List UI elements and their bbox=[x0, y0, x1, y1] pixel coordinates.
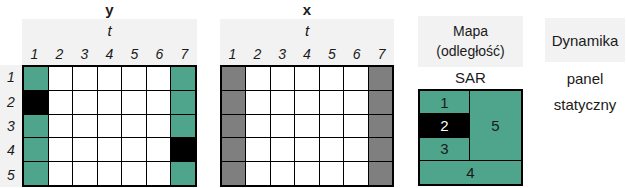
grid-white-cell bbox=[344, 91, 367, 114]
x-panel-title: x bbox=[220, 0, 394, 19]
grid-teal-cell bbox=[171, 162, 195, 185]
y-row-label: 3 bbox=[0, 114, 22, 138]
grid-white-cell bbox=[98, 162, 122, 185]
x-column-label: 6 bbox=[344, 43, 369, 65]
grid-white-cell bbox=[147, 162, 171, 185]
grid-gray-cell bbox=[222, 138, 245, 161]
grid-white-cell bbox=[73, 91, 97, 114]
grid-white-cell bbox=[122, 138, 146, 161]
grid-gray-cell bbox=[369, 67, 392, 90]
grid-white-cell bbox=[246, 115, 269, 138]
grid-white-cell bbox=[98, 115, 122, 138]
y-column-label: 3 bbox=[72, 43, 97, 65]
grid-teal-cell bbox=[171, 115, 195, 138]
grid-white-cell bbox=[295, 91, 318, 114]
grid-white-cell bbox=[98, 91, 122, 114]
grid-teal-cell bbox=[24, 162, 48, 185]
x-column-label: 7 bbox=[369, 43, 394, 65]
grid-white-cell bbox=[271, 115, 294, 138]
grid-white-cell bbox=[320, 162, 343, 185]
y-row-label: 1 bbox=[0, 65, 22, 89]
grid-white-cell bbox=[295, 138, 318, 161]
grid-black-cell bbox=[171, 138, 195, 161]
y-panel-title: y bbox=[22, 0, 197, 19]
y-column-label: 4 bbox=[97, 43, 122, 65]
map-region-1: 1 bbox=[420, 91, 469, 113]
grid-white-cell bbox=[98, 67, 122, 90]
grid-white-cell bbox=[344, 138, 367, 161]
grid-white-cell bbox=[73, 162, 97, 185]
grid-white-cell bbox=[122, 162, 146, 185]
grid-white-cell bbox=[122, 91, 146, 114]
grid-white-cell bbox=[49, 138, 73, 161]
grid-white-cell bbox=[246, 162, 269, 185]
grid-white-cell bbox=[271, 162, 294, 185]
y-column-label: 7 bbox=[172, 43, 197, 65]
grid-white-cell bbox=[320, 138, 343, 161]
dynamics-header-band: Dynamika bbox=[545, 18, 625, 62]
grid-white-cell bbox=[271, 91, 294, 114]
grid-teal-cell bbox=[171, 67, 195, 90]
map-region-4: 4 bbox=[420, 161, 521, 184]
map-header-band: Mapa (odległość) bbox=[418, 16, 523, 67]
grid-white-cell bbox=[147, 91, 171, 114]
grid-white-cell bbox=[73, 115, 97, 138]
grid-white-cell bbox=[271, 67, 294, 90]
grid-white-cell bbox=[295, 162, 318, 185]
map-header-line2: (odległość) bbox=[418, 41, 523, 61]
y-row-labels: 12345 bbox=[0, 65, 22, 187]
grid-white-cell bbox=[246, 67, 269, 90]
y-column-label: 1 bbox=[22, 43, 47, 65]
grid-white-cell bbox=[246, 138, 269, 161]
grid-white-cell bbox=[49, 91, 73, 114]
grid-white-cell bbox=[271, 138, 294, 161]
x-column-label: 4 bbox=[295, 43, 320, 65]
grid-white-cell bbox=[344, 67, 367, 90]
grid-white-cell bbox=[320, 91, 343, 114]
grid-gray-cell bbox=[222, 67, 245, 90]
grid-white-cell bbox=[295, 67, 318, 90]
x-column-label: 3 bbox=[270, 43, 295, 65]
y-header-band: t 1234567 bbox=[22, 19, 197, 65]
sar-figure: y t 1234567 12345 x t 1234567 Mapa (odle… bbox=[0, 0, 626, 188]
grid-white-cell bbox=[49, 67, 73, 90]
sar-map-grid: 1 2 3 5 4 bbox=[418, 89, 523, 186]
x-header-band: t 1234567 bbox=[220, 19, 394, 65]
y-row-label: 2 bbox=[0, 89, 22, 113]
y-row-label: 4 bbox=[0, 138, 22, 162]
map-region-3: 3 bbox=[420, 138, 469, 160]
grid-white-cell bbox=[295, 115, 318, 138]
grid-white-cell bbox=[122, 115, 146, 138]
sar-label: SAR bbox=[418, 67, 523, 89]
x-column-label: 1 bbox=[220, 43, 245, 65]
grid-white-cell bbox=[49, 162, 73, 185]
y-row-label: 5 bbox=[0, 163, 22, 187]
dynamics-caption-line1: panel bbox=[535, 66, 626, 92]
y-column-label: 2 bbox=[47, 43, 72, 65]
y-column-label: 6 bbox=[147, 43, 172, 65]
x-time-grid bbox=[220, 65, 394, 187]
x-axis-label: t bbox=[220, 19, 394, 43]
grid-gray-cell bbox=[222, 162, 245, 185]
map-region-2-highlighted: 2 bbox=[420, 114, 469, 136]
dynamics-caption: panel statyczny bbox=[535, 66, 626, 118]
x-column-label: 5 bbox=[319, 43, 344, 65]
grid-gray-cell bbox=[369, 138, 392, 161]
y-column-labels: 1234567 bbox=[22, 43, 197, 65]
grid-black-cell bbox=[24, 91, 48, 114]
grid-white-cell bbox=[320, 115, 343, 138]
grid-white-cell bbox=[344, 115, 367, 138]
map-region-5: 5 bbox=[470, 91, 521, 160]
grid-white-cell bbox=[73, 138, 97, 161]
grid-white-cell bbox=[147, 115, 171, 138]
grid-teal-cell bbox=[24, 115, 48, 138]
x-column-label: 2 bbox=[245, 43, 270, 65]
grid-white-cell bbox=[147, 67, 171, 90]
y-column-label: 5 bbox=[122, 43, 147, 65]
x-column-labels: 1234567 bbox=[220, 43, 394, 65]
dynamics-caption-line2: statyczny bbox=[535, 92, 626, 118]
grid-white-cell bbox=[98, 138, 122, 161]
grid-white-cell bbox=[147, 138, 171, 161]
map-header-line1: Mapa bbox=[418, 21, 523, 41]
grid-white-cell bbox=[320, 67, 343, 90]
grid-gray-cell bbox=[369, 91, 392, 114]
grid-white-cell bbox=[344, 162, 367, 185]
grid-white-cell bbox=[122, 67, 146, 90]
grid-gray-cell bbox=[369, 115, 392, 138]
y-time-grid bbox=[22, 65, 197, 187]
grid-white-cell bbox=[246, 91, 269, 114]
grid-teal-cell bbox=[171, 91, 195, 114]
grid-white-cell bbox=[49, 115, 73, 138]
grid-teal-cell bbox=[24, 138, 48, 161]
y-axis-label: t bbox=[22, 19, 197, 43]
grid-white-cell bbox=[73, 67, 97, 90]
grid-teal-cell bbox=[24, 67, 48, 90]
grid-gray-cell bbox=[369, 162, 392, 185]
grid-gray-cell bbox=[222, 91, 245, 114]
grid-gray-cell bbox=[222, 115, 245, 138]
